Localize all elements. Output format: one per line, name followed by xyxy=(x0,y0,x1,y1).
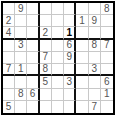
cell-r4c1[interactable] xyxy=(3,40,15,52)
cell-r1c4[interactable] xyxy=(40,3,52,15)
cell-r9c5[interactable] xyxy=(52,101,64,113)
cell-r9c7[interactable] xyxy=(76,101,88,113)
cell-r4c3[interactable] xyxy=(27,40,39,52)
cell-r1c7[interactable] xyxy=(76,3,88,15)
cell-r5c5[interactable] xyxy=(52,52,64,64)
cell-r6c7[interactable] xyxy=(76,64,88,76)
cell-r4c8[interactable]: 8 xyxy=(89,40,101,52)
cell-r1c9[interactable]: 8 xyxy=(101,3,113,15)
cell-r9c3[interactable] xyxy=(27,101,39,113)
cell-r1c2[interactable]: 9 xyxy=(15,3,27,15)
sudoku-board: 98219421368779718353686157 xyxy=(1,1,115,115)
cell-r7c7[interactable] xyxy=(76,76,88,88)
cell-r2c5[interactable] xyxy=(52,15,64,27)
cell-r3c1[interactable]: 4 xyxy=(3,27,15,39)
cell-r8c4[interactable] xyxy=(40,89,52,101)
cell-r3c8[interactable] xyxy=(89,27,101,39)
cell-r4c6[interactable]: 6 xyxy=(64,40,76,52)
cell-r3c7[interactable] xyxy=(76,27,88,39)
cell-r8c5[interactable] xyxy=(52,89,64,101)
cell-r8c6[interactable] xyxy=(64,89,76,101)
cell-r7c5[interactable] xyxy=(52,76,64,88)
cell-r7c6[interactable]: 3 xyxy=(64,76,76,88)
cell-r6c6[interactable] xyxy=(64,64,76,76)
cell-r6c8[interactable]: 3 xyxy=(89,64,101,76)
cell-r2c4[interactable] xyxy=(40,15,52,27)
cell-r2c1[interactable]: 2 xyxy=(3,15,15,27)
cell-r9c9[interactable] xyxy=(101,101,113,113)
cell-r8c2[interactable]: 8 xyxy=(15,89,27,101)
cell-r1c3[interactable] xyxy=(27,3,39,15)
cell-r5c3[interactable] xyxy=(27,52,39,64)
cell-r2c7[interactable]: 1 xyxy=(76,15,88,27)
cell-r6c2[interactable]: 1 xyxy=(15,64,27,76)
cell-r7c3[interactable] xyxy=(27,76,39,88)
cell-r8c1[interactable] xyxy=(3,89,15,101)
cell-r8c9[interactable]: 1 xyxy=(101,89,113,101)
cell-r7c9[interactable]: 6 xyxy=(101,76,113,88)
cell-r1c6[interactable] xyxy=(64,3,76,15)
cell-r7c8[interactable] xyxy=(89,76,101,88)
cell-r6c1[interactable]: 7 xyxy=(3,64,15,76)
cell-r6c3[interactable] xyxy=(27,64,39,76)
cell-r5c7[interactable] xyxy=(76,52,88,64)
cell-r1c5[interactable] xyxy=(52,3,64,15)
cell-r1c8[interactable] xyxy=(89,3,101,15)
cell-r9c2[interactable] xyxy=(15,101,27,113)
cell-r8c3[interactable]: 6 xyxy=(27,89,39,101)
cell-r2c9[interactable] xyxy=(101,15,113,27)
cell-r4c9[interactable]: 7 xyxy=(101,40,113,52)
cell-r3c4[interactable]: 2 xyxy=(40,27,52,39)
cell-r2c2[interactable] xyxy=(15,15,27,27)
cell-r7c1[interactable] xyxy=(3,76,15,88)
cell-r3c5[interactable] xyxy=(52,27,64,39)
cell-r6c4[interactable]: 8 xyxy=(40,64,52,76)
cell-r4c2[interactable]: 3 xyxy=(15,40,27,52)
cell-r2c8[interactable]: 9 xyxy=(89,15,101,27)
cell-r3c9[interactable] xyxy=(101,27,113,39)
cell-r9c4[interactable] xyxy=(40,101,52,113)
cell-r5c9[interactable] xyxy=(101,52,113,64)
cell-r7c2[interactable] xyxy=(15,76,27,88)
cell-r4c5[interactable] xyxy=(52,40,64,52)
cell-r8c8[interactable] xyxy=(89,89,101,101)
cell-r9c1[interactable]: 5 xyxy=(3,101,15,113)
cell-r3c3[interactable] xyxy=(27,27,39,39)
cell-r9c6[interactable] xyxy=(64,101,76,113)
cell-r6c5[interactable] xyxy=(52,64,64,76)
cell-r4c4[interactable] xyxy=(40,40,52,52)
cell-r7c4[interactable]: 5 xyxy=(40,76,52,88)
cell-r6c9[interactable] xyxy=(101,64,113,76)
cell-r3c6[interactable]: 1 xyxy=(64,27,76,39)
cell-r5c6[interactable]: 9 xyxy=(64,52,76,64)
cell-r2c3[interactable] xyxy=(27,15,39,27)
cell-r2c6[interactable] xyxy=(64,15,76,27)
cell-r1c1[interactable] xyxy=(3,3,15,15)
cell-r4c7[interactable] xyxy=(76,40,88,52)
cell-r9c8[interactable]: 7 xyxy=(89,101,101,113)
cell-r3c2[interactable] xyxy=(15,27,27,39)
cell-r8c7[interactable] xyxy=(76,89,88,101)
